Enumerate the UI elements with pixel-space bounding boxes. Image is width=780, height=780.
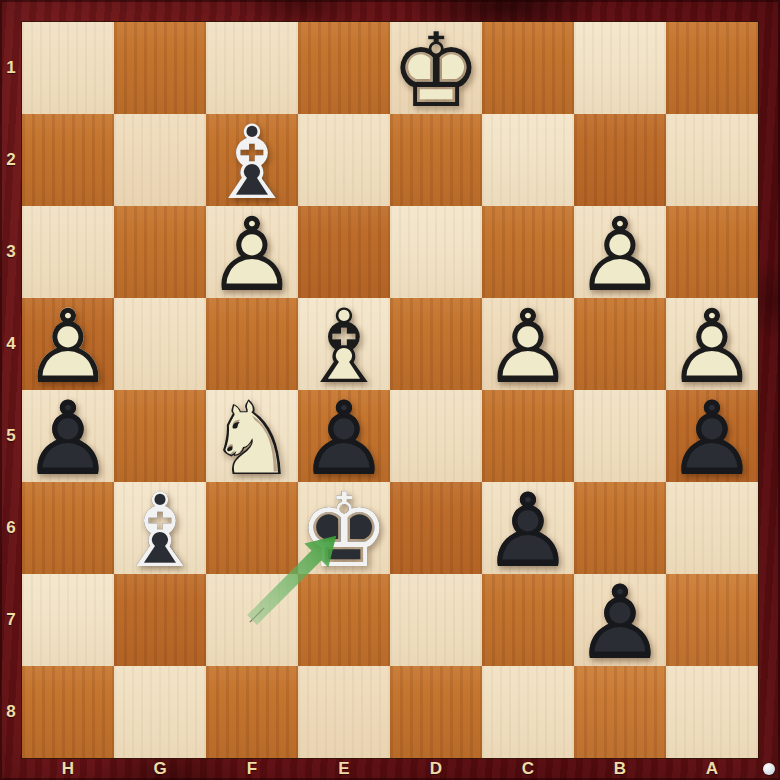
square-e4[interactable]: ♝♗ <box>298 298 390 390</box>
square-d7[interactable] <box>390 574 482 666</box>
square-a1[interactable] <box>666 22 758 114</box>
piece-white-pawn[interactable]: ♟♙ <box>22 298 114 390</box>
piece-black-bishop[interactable]: ♝♗ <box>206 114 298 206</box>
square-g3[interactable] <box>114 206 206 298</box>
square-a7[interactable] <box>666 574 758 666</box>
square-f8[interactable] <box>206 666 298 758</box>
square-b6[interactable] <box>574 482 666 574</box>
square-d2[interactable] <box>390 114 482 206</box>
square-c5[interactable] <box>482 390 574 482</box>
square-a2[interactable] <box>666 114 758 206</box>
square-h6[interactable] <box>22 482 114 574</box>
rank-label-1: 1 <box>0 22 22 114</box>
rank-label-5: 5 <box>0 390 22 482</box>
square-f7[interactable] <box>206 574 298 666</box>
file-label-d: D <box>390 758 482 780</box>
square-h4[interactable]: ♟♙ <box>22 298 114 390</box>
square-e1[interactable] <box>298 22 390 114</box>
chess-board: ♚♔♝♗♟♙♟♙♟♙♝♗♟♙♟♙♟♙♞♘♟♙♟♙♝♗♚♔♟♙♟♙ 1234567… <box>0 0 780 780</box>
file-label-a: A <box>666 758 758 780</box>
square-d6[interactable] <box>390 482 482 574</box>
square-h8[interactable] <box>22 666 114 758</box>
square-c8[interactable] <box>482 666 574 758</box>
rank-label-8: 8 <box>0 666 22 758</box>
square-f6[interactable] <box>206 482 298 574</box>
square-f5[interactable]: ♞♘ <box>206 390 298 482</box>
square-c2[interactable] <box>482 114 574 206</box>
square-f3[interactable]: ♟♙ <box>206 206 298 298</box>
square-e6[interactable]: ♚♔ <box>298 482 390 574</box>
file-label-h: H <box>22 758 114 780</box>
square-g7[interactable] <box>114 574 206 666</box>
square-c4[interactable]: ♟♙ <box>482 298 574 390</box>
piece-white-knight[interactable]: ♞♘ <box>206 390 298 482</box>
square-d8[interactable] <box>390 666 482 758</box>
square-b7[interactable]: ♟♙ <box>574 574 666 666</box>
square-f4[interactable] <box>206 298 298 390</box>
rank-label-6: 6 <box>0 482 22 574</box>
square-b8[interactable] <box>574 666 666 758</box>
square-a6[interactable] <box>666 482 758 574</box>
piece-black-king[interactable]: ♚♔ <box>298 482 390 574</box>
square-c7[interactable] <box>482 574 574 666</box>
file-label-c: C <box>482 758 574 780</box>
rank-label-3: 3 <box>0 206 22 298</box>
square-b2[interactable] <box>574 114 666 206</box>
square-b5[interactable] <box>574 390 666 482</box>
square-g1[interactable] <box>114 22 206 114</box>
piece-black-pawn[interactable]: ♟♙ <box>666 390 758 482</box>
piece-black-pawn[interactable]: ♟♙ <box>298 390 390 482</box>
square-c1[interactable] <box>482 22 574 114</box>
piece-white-pawn[interactable]: ♟♙ <box>666 298 758 390</box>
piece-white-king[interactable]: ♚♔ <box>390 22 482 114</box>
file-label-e: E <box>298 758 390 780</box>
square-a4[interactable]: ♟♙ <box>666 298 758 390</box>
piece-white-pawn[interactable]: ♟♙ <box>206 206 298 298</box>
square-d4[interactable] <box>390 298 482 390</box>
square-h1[interactable] <box>22 22 114 114</box>
file-label-g: G <box>114 758 206 780</box>
piece-white-bishop[interactable]: ♝♗ <box>298 298 390 390</box>
square-a8[interactable] <box>666 666 758 758</box>
square-e3[interactable] <box>298 206 390 298</box>
rank-label-4: 4 <box>0 298 22 390</box>
square-b1[interactable] <box>574 22 666 114</box>
square-h3[interactable] <box>22 206 114 298</box>
square-g2[interactable] <box>114 114 206 206</box>
square-d5[interactable] <box>390 390 482 482</box>
square-h2[interactable] <box>22 114 114 206</box>
square-e5[interactable]: ♟♙ <box>298 390 390 482</box>
square-h5[interactable]: ♟♙ <box>22 390 114 482</box>
square-g5[interactable] <box>114 390 206 482</box>
square-h7[interactable] <box>22 574 114 666</box>
square-f2[interactable]: ♝♗ <box>206 114 298 206</box>
square-e7[interactable] <box>298 574 390 666</box>
rank-label-7: 7 <box>0 574 22 666</box>
square-c6[interactable]: ♟♙ <box>482 482 574 574</box>
square-a5[interactable]: ♟♙ <box>666 390 758 482</box>
square-d1[interactable]: ♚♔ <box>390 22 482 114</box>
square-g8[interactable] <box>114 666 206 758</box>
square-f1[interactable] <box>206 22 298 114</box>
square-e2[interactable] <box>298 114 390 206</box>
side-to-move-indicator <box>763 763 775 775</box>
piece-white-pawn[interactable]: ♟♙ <box>482 298 574 390</box>
piece-black-pawn[interactable]: ♟♙ <box>574 574 666 666</box>
square-g4[interactable] <box>114 298 206 390</box>
piece-black-pawn[interactable]: ♟♙ <box>482 482 574 574</box>
piece-black-pawn[interactable]: ♟♙ <box>22 390 114 482</box>
square-b4[interactable] <box>574 298 666 390</box>
square-c3[interactable] <box>482 206 574 298</box>
square-g6[interactable]: ♝♗ <box>114 482 206 574</box>
square-e8[interactable] <box>298 666 390 758</box>
square-d3[interactable] <box>390 206 482 298</box>
file-label-f: F <box>206 758 298 780</box>
rank-label-2: 2 <box>0 114 22 206</box>
file-label-b: B <box>574 758 666 780</box>
piece-white-pawn[interactable]: ♟♙ <box>574 206 666 298</box>
board-grid: ♚♔♝♗♟♙♟♙♟♙♝♗♟♙♟♙♟♙♞♘♟♙♟♙♝♗♚♔♟♙♟♙ <box>22 22 758 758</box>
square-b3[interactable]: ♟♙ <box>574 206 666 298</box>
square-a3[interactable] <box>666 206 758 298</box>
piece-black-bishop[interactable]: ♝♗ <box>114 482 206 574</box>
